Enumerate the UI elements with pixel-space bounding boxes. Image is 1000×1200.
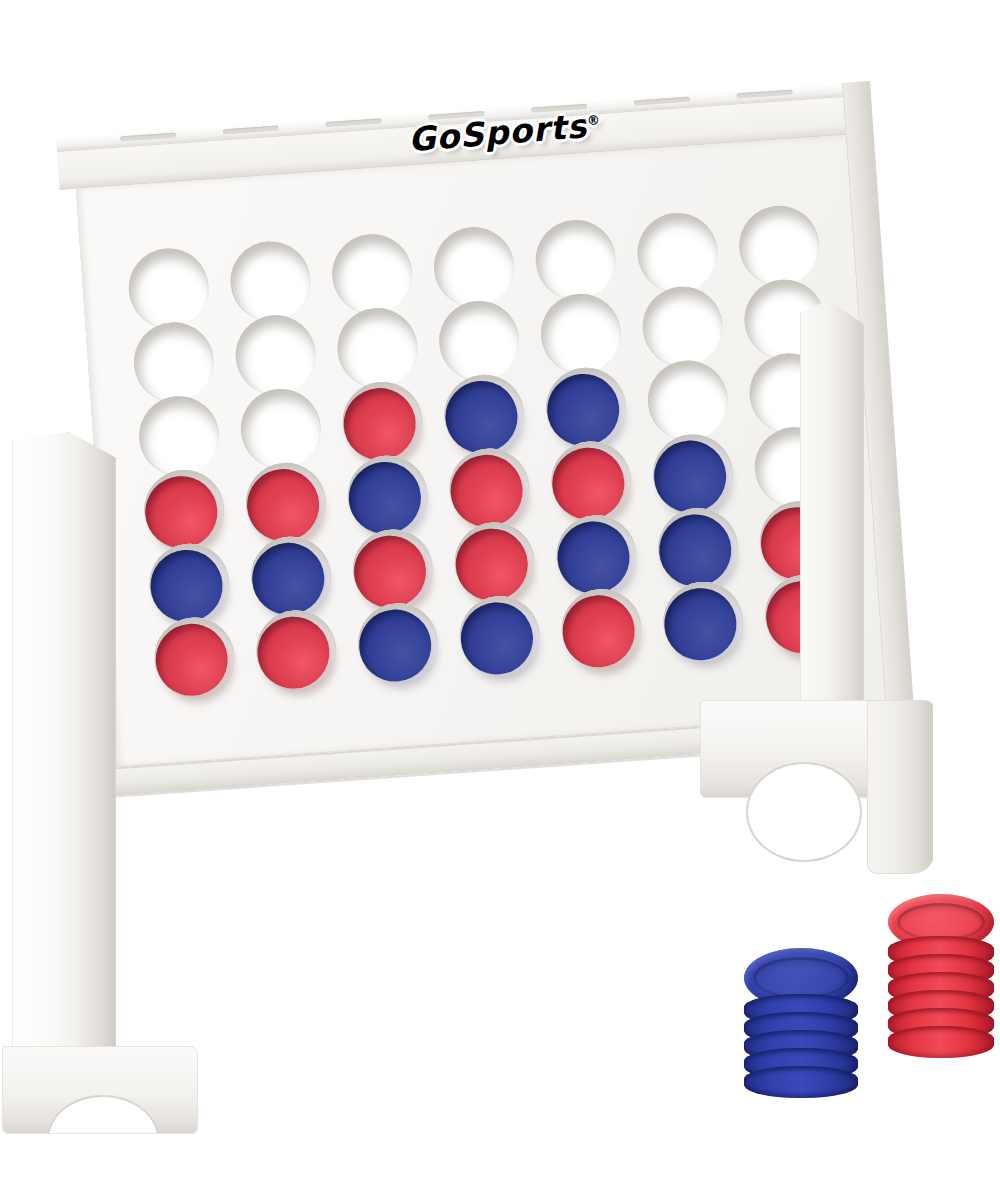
cell-r2c1 bbox=[131, 320, 216, 405]
cell-r5c2 bbox=[248, 534, 333, 619]
red-disc-stack bbox=[888, 894, 994, 1058]
cell-r2c5 bbox=[538, 291, 623, 376]
cell-r5c5 bbox=[554, 513, 639, 598]
blue-stack-disc bbox=[744, 1066, 858, 1098]
right-foot-arch bbox=[746, 762, 862, 862]
red-disc bbox=[448, 452, 525, 529]
blue-disc bbox=[662, 586, 739, 663]
cell-r5c4 bbox=[452, 520, 537, 605]
cell-r2c6 bbox=[640, 284, 725, 369]
blue-disc bbox=[657, 512, 734, 589]
cell-r2c3 bbox=[335, 305, 420, 390]
cell-r3c4 bbox=[442, 372, 527, 457]
drop-slot bbox=[326, 118, 382, 127]
cell-r6c3 bbox=[355, 601, 440, 686]
cell-r6c4 bbox=[457, 594, 542, 679]
blue-disc bbox=[555, 519, 632, 596]
cell-r1c5 bbox=[533, 217, 618, 302]
blue-disc bbox=[148, 548, 225, 625]
red-disc bbox=[255, 614, 332, 691]
red-disc bbox=[143, 474, 220, 551]
cell-r2c2 bbox=[233, 313, 318, 398]
blue-disc bbox=[346, 460, 423, 537]
cell-r3c5 bbox=[543, 365, 628, 450]
product-photo-connect-four: GoSports® bbox=[0, 0, 1000, 1200]
registered-trademark-icon: ® bbox=[586, 112, 601, 128]
left-foot bbox=[2, 1046, 198, 1134]
red-disc bbox=[352, 533, 429, 610]
cell-r4c1 bbox=[142, 467, 227, 552]
cell-r6c6 bbox=[661, 579, 746, 664]
blue-disc bbox=[652, 438, 729, 515]
board-face bbox=[76, 135, 887, 767]
cell-r3c3 bbox=[340, 379, 425, 464]
cell-r1c4 bbox=[431, 224, 516, 309]
cell-r6c5 bbox=[559, 586, 644, 671]
red-disc bbox=[245, 467, 322, 544]
right-foot bbox=[700, 700, 933, 874]
drop-slot bbox=[223, 125, 279, 134]
left-support-post bbox=[12, 432, 116, 1048]
red-stack-disc bbox=[888, 1026, 994, 1058]
cell-r5c1 bbox=[147, 541, 232, 626]
cell-r4c5 bbox=[549, 439, 634, 524]
cell-r5c6 bbox=[655, 506, 740, 591]
blue-disc bbox=[250, 540, 327, 617]
blue-disc bbox=[459, 600, 536, 677]
red-disc bbox=[153, 621, 230, 698]
drop-slot bbox=[737, 90, 793, 99]
cell-r3c2 bbox=[238, 386, 323, 471]
cell-r3c6 bbox=[645, 358, 730, 443]
blue-disc bbox=[545, 371, 622, 448]
cell-r1c2 bbox=[228, 239, 313, 324]
cell-r4c3 bbox=[345, 453, 430, 538]
cell-r1c6 bbox=[635, 210, 720, 295]
red-disc bbox=[550, 445, 627, 522]
red-disc bbox=[341, 386, 418, 463]
blue-disc bbox=[443, 379, 520, 456]
drop-slot bbox=[120, 133, 176, 142]
right-support-post bbox=[800, 300, 864, 708]
drop-slot bbox=[634, 97, 690, 106]
cell-r4c2 bbox=[243, 460, 328, 545]
cell-r4c4 bbox=[447, 446, 532, 531]
left-foot-arch bbox=[47, 1095, 159, 1134]
cell-r3c1 bbox=[136, 393, 221, 478]
cell-r4c6 bbox=[650, 432, 735, 517]
cell-r1c7 bbox=[737, 203, 822, 288]
cell-r1c3 bbox=[330, 232, 415, 317]
cell-r6c2 bbox=[254, 608, 339, 693]
red-disc bbox=[560, 593, 637, 670]
cell-r2c4 bbox=[436, 298, 521, 383]
cell-r1c1 bbox=[126, 246, 211, 331]
cell-r5c3 bbox=[350, 527, 435, 612]
red-disc bbox=[453, 526, 530, 603]
cell-r6c1 bbox=[152, 615, 237, 700]
right-foot-column bbox=[867, 700, 933, 874]
blue-disc-stack bbox=[744, 948, 858, 1098]
blue-disc bbox=[357, 607, 434, 684]
